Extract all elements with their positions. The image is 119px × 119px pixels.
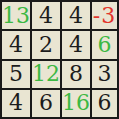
cell-r3c1[interactable]: 6	[32, 90, 60, 117]
cell-r0c0[interactable]: 13	[2, 2, 30, 29]
cell-r3c0[interactable]: 4	[2, 90, 30, 117]
cell-r2c0[interactable]: 5	[2, 61, 30, 88]
cell-r2c1[interactable]: 12	[32, 61, 60, 88]
cell-r2c3[interactable]: 3	[92, 61, 117, 88]
cell-r1c2[interactable]: 4	[62, 31, 90, 58]
cell-r0c3[interactable]: -3	[92, 2, 117, 29]
cell-r1c3[interactable]: 6	[92, 31, 117, 58]
cell-r1c0[interactable]: 4	[2, 31, 30, 58]
cell-r0c2[interactable]: 4	[62, 2, 90, 29]
cell-r2c2[interactable]: 8	[62, 61, 90, 88]
cell-r3c2[interactable]: 16	[62, 90, 90, 117]
cell-r0c1[interactable]: 4	[32, 2, 60, 29]
cell-r3c3[interactable]: 6	[92, 90, 117, 117]
cell-r1c1[interactable]: 2	[32, 31, 60, 58]
puzzle-grid: 1344-342465128346166	[0, 0, 119, 119]
